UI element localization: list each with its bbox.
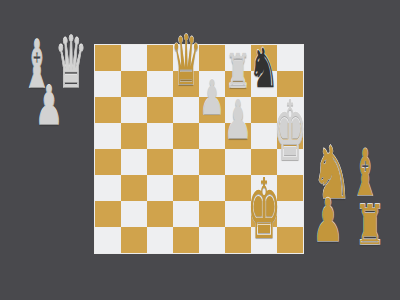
silver-pawn-offboard-left[interactable]: ♟ [35,79,63,133]
gold-rook-offboard-right[interactable]: ♜ [355,198,386,253]
scene: ♛♜♞♟♟♚♚ ♝♛♟♞♝♟♜ [0,0,400,300]
silver-pawn-f5[interactable]: ♟ [224,93,252,147]
gold-pawn-offboard-right[interactable]: ♟ [313,191,344,251]
board-pieces-layer: ♛♜♞♟♟♚♚ [95,45,303,253]
gold-queen-d7[interactable]: ♛ [171,26,202,95]
silver-pawn-e6[interactable]: ♟ [199,73,224,121]
chess-board: ♛♜♞♟♟♚♚ [94,44,304,254]
gold-king-g1[interactable]: ♚ [247,168,281,251]
